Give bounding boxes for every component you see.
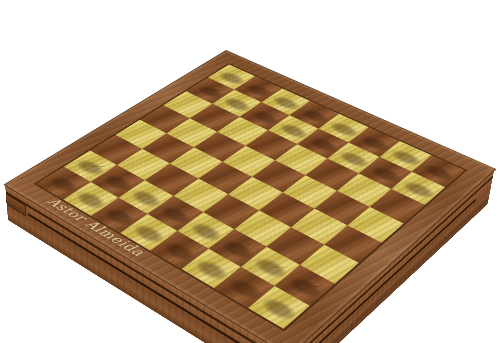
square-h1[interactable]: ♜ [248, 286, 310, 329]
scene: ♜♞♝♛♚♝♞♜♟♟♟♟♟♟♟♟♟♟♟♟♟♟♟♟♜♞♝♛♚♝♞♜ Astor A… [0, 0, 500, 343]
board: ♜♞♝♛♚♝♞♜♟♟♟♟♟♟♟♟♟♟♟♟♟♟♟♟♜♞♝♛♚♝♞♜ [36, 65, 464, 329]
product-photo: ♜♞♝♛♚♝♞♜♟♟♟♟♟♟♟♟♟♟♟♟♟♟♟♟♜♞♝♛♚♝♞♜ Astor A… [0, 0, 500, 343]
pawn-glyph: ♟ [393, 135, 448, 196]
square-h7[interactable]: ♟ [391, 172, 445, 205]
board-lid-top: ♜♞♝♛♚♝♞♜♟♟♟♟♟♟♟♟♟♟♟♟♟♟♟♟♜♞♝♛♚♝♞♜ Astor A… [3, 50, 496, 343]
rook-glyph: ♜ [236, 219, 323, 317]
